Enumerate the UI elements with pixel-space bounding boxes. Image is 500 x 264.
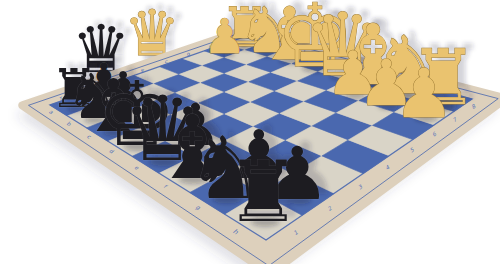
chessboard-photo-stage: ♛♛♛♛aabbccddeeffgghh1122334455667788♜♞♟♝… [0, 0, 500, 264]
piece-camel-pawn-a7[interactable]: ♟ [203, 9, 246, 64]
piece-camel-pawn-h7[interactable]: ♟ [394, 54, 455, 133]
piece-black-rook-h1[interactable]: ♜ [226, 143, 302, 241]
